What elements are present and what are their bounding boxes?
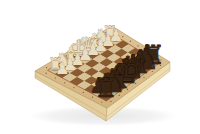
pin-near-left [73,87,74,88]
pin-near-left [64,82,65,83]
pin-far-right [130,41,131,42]
chess-board-svg: ♜♟♞♟♝♟♛♟♚♟♟♝♜♟♟♞♞♟♟♜♝♟♟♛♟♚♟♝♟♞♟♜ [0,0,200,134]
piece-white-pawn: ♟ [55,59,69,78]
chess-set-photo: ♜♟♞♟♝♟♛♟♚♟♟♝♜♟♟♞♞♟♟♜♝♟♟♛♟♚♟♝♟♞♟♜ [0,0,200,134]
pin-near-left [83,92,84,93]
piece-black-rook: ♜ [94,73,117,103]
